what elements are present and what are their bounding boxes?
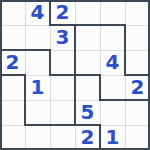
cell-r2c5[interactable] [100,25,125,50]
cell-r1c2[interactable]: 4 [25,0,50,25]
given-digit: 5 [81,100,95,125]
given-digit: 2 [56,0,70,25]
cell-r6c1[interactable] [0,125,25,150]
cell-r1c3[interactable]: 2 [50,0,75,25]
cell-r2c4[interactable] [75,25,100,50]
cell-r4c1[interactable] [0,75,25,100]
cell-r1c4[interactable] [75,0,100,25]
cell-r6c6[interactable] [125,125,150,150]
cell-r5c3[interactable] [50,100,75,125]
cell-r4c2[interactable]: 1 [25,75,50,100]
cell-r3c6[interactable] [125,50,150,75]
cell-r3c4[interactable] [75,50,100,75]
cell-r4c4[interactable] [75,75,100,100]
given-digit: 3 [56,25,70,50]
cell-r5c2[interactable] [25,100,50,125]
cell-r6c4[interactable]: 2 [75,125,100,150]
given-digit: 4 [31,0,45,25]
cell-r2c3[interactable]: 3 [50,25,75,50]
cell-r6c2[interactable] [25,125,50,150]
cell-r2c2[interactable] [25,25,50,50]
cell-r1c1[interactable] [0,0,25,25]
given-digit: 2 [6,50,20,75]
given-digit: 1 [106,125,120,150]
cell-r1c5[interactable] [100,0,125,25]
cell-r2c1[interactable] [0,25,25,50]
cell-r4c5[interactable] [100,75,125,100]
cell-r6c5[interactable]: 1 [100,125,125,150]
cell-r3c1[interactable]: 2 [0,50,25,75]
cell-r5c5[interactable] [100,100,125,125]
cell-r5c4[interactable]: 5 [75,100,100,125]
given-digit: 1 [31,75,45,100]
sudoku-board: 4232412521 [0,0,150,150]
cell-r4c3[interactable] [50,75,75,100]
cell-r2c6[interactable] [125,25,150,50]
puzzle-page: 4232412521 [0,0,150,150]
cell-r3c2[interactable] [25,50,50,75]
cell-r6c3[interactable] [50,125,75,150]
given-digit: 2 [131,75,145,100]
given-digit: 2 [81,125,95,150]
cell-r5c6[interactable] [125,100,150,125]
cell-r5c1[interactable] [0,100,25,125]
cell-r3c3[interactable] [50,50,75,75]
given-digit: 4 [106,50,120,75]
cell-r4c6[interactable]: 2 [125,75,150,100]
cell-r3c5[interactable]: 4 [100,50,125,75]
cell-r1c6[interactable] [125,0,150,25]
